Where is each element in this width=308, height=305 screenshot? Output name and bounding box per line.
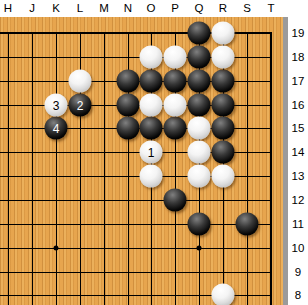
row-label-12: 12 xyxy=(292,194,305,206)
black-stone-Q11[interactable] xyxy=(188,213,211,236)
black-stone-N17[interactable] xyxy=(117,70,140,93)
black-stone-P15[interactable] xyxy=(164,117,187,140)
grid-line-row-11 xyxy=(0,224,272,225)
white-stone-O18[interactable] xyxy=(140,46,163,69)
black-stone-R14[interactable] xyxy=(212,141,235,164)
grid-line-col-T xyxy=(270,33,272,305)
grid-line-row-12 xyxy=(0,200,272,201)
column-label-O: O xyxy=(147,1,156,16)
white-stone-Q13[interactable] xyxy=(188,165,211,188)
column-label-strip: HJKLMNOPQRST xyxy=(0,0,308,17)
white-stone-Q14[interactable] xyxy=(188,141,211,164)
black-stone-K15[interactable]: 4 xyxy=(45,117,68,140)
column-label-J: J xyxy=(29,1,35,16)
black-stone-O15[interactable] xyxy=(140,117,163,140)
grid-line-col-S xyxy=(247,33,248,305)
row-label-8: 8 xyxy=(295,289,301,301)
white-stone-R13[interactable] xyxy=(212,165,235,188)
white-stone-P16[interactable] xyxy=(164,94,187,117)
star-point-K10 xyxy=(54,246,59,251)
black-stone-P12[interactable] xyxy=(164,189,187,212)
column-label-L: L xyxy=(77,1,83,16)
black-stone-Q16[interactable] xyxy=(188,94,211,117)
grid-line-row-10 xyxy=(0,248,272,249)
white-stone-O13[interactable] xyxy=(140,165,163,188)
black-stone-P17[interactable] xyxy=(164,70,187,93)
white-stone-R18[interactable] xyxy=(212,46,235,69)
column-label-T: T xyxy=(267,1,274,16)
white-stone-K16[interactable]: 3 xyxy=(45,94,68,117)
row-label-9: 9 xyxy=(295,266,301,278)
black-stone-O17[interactable] xyxy=(140,70,163,93)
grid-line-col-H xyxy=(8,33,9,305)
grid-line-row-9 xyxy=(0,272,272,273)
row-label-10: 10 xyxy=(292,242,305,254)
row-label-19: 19 xyxy=(292,27,305,39)
grid-line-col-J xyxy=(32,33,33,305)
black-stone-S11[interactable] xyxy=(236,213,259,236)
white-stone-O16[interactable] xyxy=(140,94,163,117)
move-number-label-4: 4 xyxy=(53,122,60,134)
column-label-H: H xyxy=(4,1,12,16)
column-label-S: S xyxy=(243,1,251,16)
go-app-window: HJKLMNOPQRST 2431 1918171615141312111098 xyxy=(0,0,308,305)
move-number-label-3: 3 xyxy=(53,99,60,111)
black-stone-N15[interactable] xyxy=(117,117,140,140)
row-label-11: 11 xyxy=(292,218,304,230)
white-stone-R8[interactable] xyxy=(212,284,235,305)
row-label-15: 15 xyxy=(292,122,305,134)
column-label-K: K xyxy=(52,1,60,16)
row-label-14: 14 xyxy=(292,146,305,158)
column-label-Q: Q xyxy=(195,1,204,16)
move-number-label-1: 1 xyxy=(148,146,155,158)
black-stone-L16[interactable]: 2 xyxy=(69,94,92,117)
move-number-label-2: 2 xyxy=(77,99,84,111)
row-label-13: 13 xyxy=(292,170,305,182)
white-stone-P18[interactable] xyxy=(164,46,187,69)
black-stone-Q19[interactable] xyxy=(188,22,211,45)
row-label-18: 18 xyxy=(292,51,305,63)
white-stone-O14[interactable]: 1 xyxy=(140,141,163,164)
column-label-N: N xyxy=(124,1,132,16)
grid-line-col-M xyxy=(104,33,105,305)
row-label-16: 16 xyxy=(292,99,305,111)
black-stone-R17[interactable] xyxy=(212,70,235,93)
white-stone-R19[interactable] xyxy=(212,22,235,45)
white-stone-Q15[interactable] xyxy=(188,117,211,140)
black-stone-Q17[interactable] xyxy=(188,70,211,93)
column-label-M: M xyxy=(99,1,109,16)
column-label-R: R xyxy=(219,1,227,16)
star-point-Q10 xyxy=(197,246,202,251)
black-stone-N16[interactable] xyxy=(117,94,140,117)
row-label-strip: 1918171615141312111098 xyxy=(288,0,308,305)
column-label-P: P xyxy=(171,1,179,16)
black-stone-R15[interactable] xyxy=(212,117,235,140)
white-stone-L17[interactable] xyxy=(69,70,92,93)
row-label-17: 17 xyxy=(292,75,305,87)
black-stone-R16[interactable] xyxy=(212,94,235,117)
go-board[interactable]: 2431 xyxy=(0,17,283,305)
grid-line-col-K xyxy=(56,33,57,305)
black-stone-Q18[interactable] xyxy=(188,46,211,69)
